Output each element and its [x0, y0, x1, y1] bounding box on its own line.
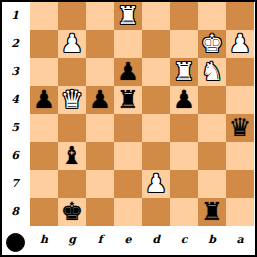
white-queen-g4[interactable]: ♛ [61, 86, 83, 114]
black-rook-b8[interactable]: ♜ [201, 198, 223, 226]
square-e8[interactable] [114, 198, 142, 226]
black-king-g8[interactable]: ♚ [61, 198, 83, 226]
square-d4[interactable] [142, 86, 170, 114]
file-label-b: b [198, 228, 226, 254]
square-f1[interactable] [86, 2, 114, 30]
square-d2[interactable] [142, 30, 170, 58]
square-c5[interactable] [170, 114, 198, 142]
square-e1[interactable]: ♜ [114, 2, 142, 30]
black-queen-a5[interactable]: ♛ [229, 114, 251, 142]
square-f4[interactable]: ♟ [86, 86, 114, 114]
square-c7[interactable] [170, 170, 198, 198]
white-knight-b3[interactable]: ♞ [201, 58, 223, 86]
square-a8[interactable] [226, 198, 254, 226]
square-h2[interactable] [30, 30, 58, 58]
white-king-b2[interactable]: ♚ [201, 30, 223, 58]
square-h5[interactable] [30, 114, 58, 142]
square-e4[interactable]: ♜ [114, 86, 142, 114]
square-a6[interactable] [226, 142, 254, 170]
square-c1[interactable] [170, 2, 198, 30]
chess-board: ♜♟♚♟♟♜♞♟♛♟♜♟♛♝♟♚♜ [30, 2, 254, 226]
rank-label-4: 4 [4, 86, 26, 114]
square-g1[interactable] [58, 2, 86, 30]
square-a4[interactable] [226, 86, 254, 114]
rank-label-8: 8 [4, 198, 26, 226]
square-h3[interactable] [30, 58, 58, 86]
white-rook-c3[interactable]: ♜ [173, 58, 195, 86]
rank-label-2: 2 [4, 30, 26, 58]
black-to-move-indicator [6, 233, 25, 252]
square-g2[interactable]: ♟ [58, 30, 86, 58]
file-label-e: e [114, 228, 142, 254]
black-pawn-c4[interactable]: ♟ [173, 86, 195, 114]
black-pawn-e3[interactable]: ♟ [117, 58, 139, 86]
square-d5[interactable] [142, 114, 170, 142]
square-a1[interactable] [226, 2, 254, 30]
rank-label-5: 5 [4, 114, 26, 142]
square-b8[interactable]: ♜ [198, 198, 226, 226]
file-label-f: f [86, 228, 114, 254]
square-a3[interactable] [226, 58, 254, 86]
square-b7[interactable] [198, 170, 226, 198]
square-f8[interactable] [86, 198, 114, 226]
square-b4[interactable] [198, 86, 226, 114]
black-rook-e4[interactable]: ♜ [117, 86, 139, 114]
chess-diagram: ♜♟♚♟♟♜♞♟♛♟♜♟♛♝♟♚♜ 12345678hgfedcba [0, 0, 257, 257]
black-pawn-f4[interactable]: ♟ [89, 86, 111, 114]
square-f2[interactable] [86, 30, 114, 58]
square-h1[interactable] [30, 2, 58, 30]
file-label-c: c [170, 228, 198, 254]
file-label-a: a [226, 228, 254, 254]
square-d8[interactable] [142, 198, 170, 226]
file-label-h: h [30, 228, 58, 254]
square-d1[interactable] [142, 2, 170, 30]
square-f5[interactable] [86, 114, 114, 142]
square-g5[interactable] [58, 114, 86, 142]
square-d7[interactable]: ♟ [142, 170, 170, 198]
black-bishop-g6[interactable]: ♝ [61, 142, 83, 170]
square-c3[interactable]: ♜ [170, 58, 198, 86]
square-c2[interactable] [170, 30, 198, 58]
square-e3[interactable]: ♟ [114, 58, 142, 86]
square-g8[interactable]: ♚ [58, 198, 86, 226]
square-e6[interactable] [114, 142, 142, 170]
square-a7[interactable] [226, 170, 254, 198]
square-e5[interactable] [114, 114, 142, 142]
square-f6[interactable] [86, 142, 114, 170]
file-label-g: g [58, 228, 86, 254]
square-c8[interactable] [170, 198, 198, 226]
white-rook-e1[interactable]: ♜ [117, 2, 139, 30]
square-c6[interactable] [170, 142, 198, 170]
square-e7[interactable] [114, 170, 142, 198]
square-b5[interactable] [198, 114, 226, 142]
square-e2[interactable] [114, 30, 142, 58]
square-h6[interactable] [30, 142, 58, 170]
square-h8[interactable] [30, 198, 58, 226]
square-f3[interactable] [86, 58, 114, 86]
rank-label-1: 1 [4, 2, 26, 30]
square-a5[interactable]: ♛ [226, 114, 254, 142]
square-b6[interactable] [198, 142, 226, 170]
white-pawn-a2[interactable]: ♟ [229, 30, 251, 58]
square-d3[interactable] [142, 58, 170, 86]
square-a2[interactable]: ♟ [226, 30, 254, 58]
file-label-d: d [142, 228, 170, 254]
square-h4[interactable]: ♟ [30, 86, 58, 114]
square-g4[interactable]: ♛ [58, 86, 86, 114]
square-b1[interactable] [198, 2, 226, 30]
square-h7[interactable] [30, 170, 58, 198]
square-b2[interactable]: ♚ [198, 30, 226, 58]
white-pawn-g2[interactable]: ♟ [61, 30, 83, 58]
black-pawn-h4[interactable]: ♟ [33, 86, 55, 114]
square-b3[interactable]: ♞ [198, 58, 226, 86]
rank-label-3: 3 [4, 58, 26, 86]
square-c4[interactable]: ♟ [170, 86, 198, 114]
white-pawn-d7[interactable]: ♟ [145, 170, 167, 198]
rank-label-6: 6 [4, 142, 26, 170]
rank-label-7: 7 [4, 170, 26, 198]
square-f7[interactable] [86, 170, 114, 198]
square-d6[interactable] [142, 142, 170, 170]
square-g7[interactable] [58, 170, 86, 198]
square-g6[interactable]: ♝ [58, 142, 86, 170]
square-g3[interactable] [58, 58, 86, 86]
